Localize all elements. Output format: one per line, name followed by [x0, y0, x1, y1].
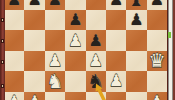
square-h4[interactable]: ♛ — [147, 51, 167, 71]
square-b7[interactable]: ♟ — [24, 0, 44, 10]
square-g5[interactable] — [126, 30, 146, 50]
white-pawn-e4[interactable]: ♟ — [89, 53, 103, 69]
square-b5[interactable] — [24, 30, 44, 50]
square-c4[interactable]: ♟ — [45, 51, 65, 71]
square-b4[interactable] — [24, 51, 44, 71]
black-pawn-h7[interactable]: ♟ — [150, 0, 164, 8]
square-f5[interactable] — [106, 30, 126, 50]
square-g6[interactable]: ♟ — [126, 10, 146, 30]
square-h5[interactable] — [147, 30, 167, 50]
rank-coordinate-mark-3 — [1, 84, 4, 88]
square-h6[interactable] — [147, 10, 167, 30]
black-pawn-c7[interactable]: ♟ — [48, 0, 62, 8]
white-pawn-a2[interactable]: ♟ — [7, 94, 21, 100]
square-a6[interactable] — [4, 10, 24, 30]
square-e5[interactable]: ♟ — [86, 30, 106, 50]
square-c7[interactable]: ♟ — [45, 0, 65, 10]
square-g2[interactable] — [126, 92, 146, 100]
square-d7[interactable] — [65, 0, 85, 10]
black-bishop-g7[interactable]: ♝ — [128, 0, 145, 9]
scrollbar-thumb[interactable] — [168, 32, 171, 38]
square-f4[interactable] — [106, 51, 126, 71]
square-a2[interactable]: ♟ — [4, 92, 24, 100]
black-pawn-g6[interactable]: ♟ — [129, 12, 143, 28]
square-d2[interactable] — [65, 92, 85, 100]
white-knight-c3[interactable]: ♞ — [46, 72, 63, 91]
square-b6[interactable] — [24, 10, 44, 30]
square-e6[interactable] — [86, 10, 106, 30]
square-g7[interactable]: ♝ — [126, 0, 146, 10]
square-a7[interactable]: ♟ — [4, 0, 24, 10]
square-e2[interactable] — [86, 92, 106, 100]
square-g4[interactable] — [126, 51, 146, 71]
board-frame-left — [0, 0, 5, 100]
white-pawn-d5[interactable]: ♟ — [68, 33, 82, 49]
square-d3[interactable] — [65, 71, 85, 91]
square-h2[interactable]: ♟ — [147, 92, 167, 100]
black-pawn-d6[interactable]: ♟ — [68, 12, 82, 28]
square-f7[interactable]: ♟ — [106, 0, 126, 10]
square-b3[interactable] — [24, 71, 44, 91]
white-pawn-c4[interactable]: ♟ — [48, 53, 62, 69]
black-pawn-f7[interactable]: ♟ — [109, 0, 123, 8]
rank-coordinate-mark-6 — [1, 18, 4, 22]
square-b2[interactable]: ♟ — [24, 92, 44, 100]
square-c3[interactable]: ♞ — [45, 71, 65, 91]
white-pawn-b2[interactable]: ♟ — [27, 94, 41, 100]
square-a4[interactable] — [4, 51, 24, 71]
rank-coordinate-mark-5 — [1, 39, 4, 43]
black-knight-e3[interactable]: ♞ — [87, 72, 104, 91]
white-pawn-f3[interactable]: ♟ — [109, 73, 123, 89]
square-f3[interactable]: ♟ — [106, 71, 126, 91]
square-f6[interactable] — [106, 10, 126, 30]
square-h3[interactable] — [147, 71, 167, 91]
square-g3[interactable] — [126, 71, 146, 91]
chess-app-window: ♟♟♟♟♝♟♟♟♟♟♟♟♛♞♞♟♟♟♟ — [0, 0, 175, 100]
square-c2[interactable] — [45, 92, 65, 100]
chess-board: ♟♟♟♟♝♟♟♟♟♟♟♟♛♞♞♟♟♟♟ — [4, 0, 167, 100]
square-e4[interactable]: ♟ — [86, 51, 106, 71]
square-d4[interactable] — [65, 51, 85, 71]
square-c5[interactable] — [45, 30, 65, 50]
scrollbar-track[interactable] — [168, 0, 173, 100]
white-pawn-h2[interactable]: ♟ — [150, 94, 164, 100]
square-c6[interactable] — [45, 10, 65, 30]
rank-coordinate-mark-4 — [1, 60, 4, 64]
square-e3[interactable]: ♞ — [86, 71, 106, 91]
square-d5[interactable]: ♟ — [65, 30, 85, 50]
black-pawn-a7[interactable]: ♟ — [7, 0, 21, 8]
white-queen-h4[interactable]: ♛ — [148, 51, 165, 70]
square-e7[interactable] — [86, 0, 106, 10]
square-a5[interactable] — [4, 30, 24, 50]
black-pawn-e5[interactable]: ♟ — [89, 33, 103, 49]
square-a3[interactable] — [4, 71, 24, 91]
square-h7[interactable]: ♟ — [147, 0, 167, 10]
black-pawn-b7[interactable]: ♟ — [27, 0, 41, 8]
square-f2[interactable] — [106, 92, 126, 100]
square-d6[interactable]: ♟ — [65, 10, 85, 30]
